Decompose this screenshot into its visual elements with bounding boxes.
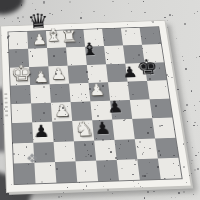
square-g8[interactable] <box>121 28 142 46</box>
photo-canvas: ♟♝♜♝♚♟♟♟♚♟♟♟♟♞♟ ❖ ♛ <box>0 0 200 200</box>
board-margin-print <box>4 93 8 117</box>
square-h1[interactable] <box>158 158 182 179</box>
square-g7[interactable] <box>123 45 144 63</box>
square-h4[interactable] <box>150 99 173 119</box>
square-c7[interactable] <box>47 48 67 66</box>
table-shadow-top-left <box>0 0 26 18</box>
square-b7[interactable] <box>28 48 48 66</box>
square-h2[interactable] <box>155 137 178 158</box>
square-f7[interactable] <box>104 46 125 64</box>
square-e3[interactable] <box>92 120 114 140</box>
square-h8[interactable] <box>140 27 161 45</box>
square-a3[interactable] <box>12 123 33 143</box>
square-b6[interactable] <box>29 66 49 85</box>
square-a8[interactable] <box>8 32 28 50</box>
square-c4[interactable] <box>51 102 72 122</box>
corner-emblem-icon: ❖ <box>22 149 43 168</box>
square-d7[interactable] <box>66 47 87 65</box>
captured-black-queen[interactable]: ♛ <box>27 5 50 31</box>
square-h3[interactable] <box>152 118 175 138</box>
square-e1[interactable] <box>96 160 119 182</box>
square-a4[interactable] <box>11 103 32 123</box>
square-d2[interactable] <box>74 140 96 161</box>
square-d5[interactable] <box>69 83 90 102</box>
square-c6[interactable] <box>48 65 69 84</box>
square-d3[interactable] <box>72 121 94 141</box>
square-h7[interactable] <box>142 44 164 62</box>
square-g1[interactable] <box>137 158 160 179</box>
square-h6[interactable] <box>144 62 166 81</box>
square-b5[interactable] <box>30 84 51 103</box>
square-g2[interactable] <box>135 138 158 159</box>
square-f2[interactable] <box>114 139 137 160</box>
square-g5[interactable] <box>128 81 150 100</box>
square-a5[interactable] <box>11 85 32 104</box>
square-c2[interactable] <box>54 141 76 162</box>
square-e8[interactable] <box>83 29 104 47</box>
square-f6[interactable] <box>106 63 128 82</box>
square-e2[interactable] <box>94 139 117 160</box>
square-f5[interactable] <box>108 81 130 100</box>
square-d6[interactable] <box>68 65 89 84</box>
square-e4[interactable] <box>90 101 112 121</box>
square-f8[interactable] <box>102 28 123 46</box>
square-h5[interactable] <box>147 80 169 99</box>
square-g4[interactable] <box>130 99 152 119</box>
square-f4[interactable] <box>110 100 132 120</box>
square-e5[interactable] <box>89 82 111 101</box>
square-c5[interactable] <box>50 83 71 102</box>
square-f3[interactable] <box>112 119 134 139</box>
square-b4[interactable] <box>31 103 52 123</box>
square-a7[interactable] <box>9 49 29 67</box>
chess-board-sheet: ♟♝♜♝♚♟♟♟♚♟♟♟♟♞♟ ❖ ♛ <box>0 20 192 193</box>
square-a6[interactable] <box>10 67 30 86</box>
square-g6[interactable] <box>125 63 147 82</box>
square-c1[interactable] <box>55 161 77 183</box>
square-f1[interactable] <box>117 159 140 180</box>
square-d8[interactable] <box>65 30 85 48</box>
square-g3[interactable] <box>132 118 155 138</box>
square-c3[interactable] <box>52 121 74 141</box>
square-c8[interactable] <box>46 30 66 48</box>
square-b3[interactable] <box>32 122 53 142</box>
square-e7[interactable] <box>85 46 106 64</box>
square-d4[interactable] <box>71 101 93 121</box>
square-d1[interactable] <box>76 160 99 182</box>
square-e6[interactable] <box>87 64 108 83</box>
square-b8[interactable] <box>27 31 47 49</box>
